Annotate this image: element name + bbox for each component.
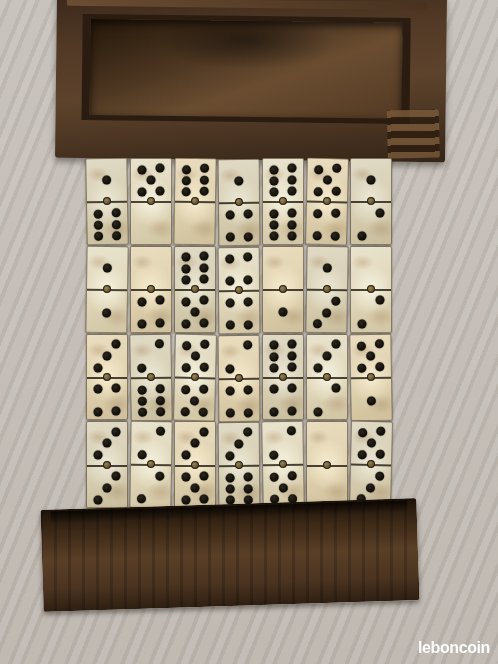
pip	[200, 319, 209, 328]
domino-tile-5-0[interactable]	[130, 158, 172, 245]
box-finger-joints	[387, 109, 440, 158]
pip	[137, 320, 146, 329]
domino-tile-3-3[interactable]	[86, 421, 128, 508]
domino-tile-1-6[interactable]	[85, 158, 129, 245]
domino-tile-2-2[interactable]	[129, 421, 172, 508]
pip	[313, 319, 322, 328]
pip	[279, 483, 288, 492]
pip	[357, 320, 366, 329]
pip	[288, 187, 297, 196]
pip	[225, 485, 234, 494]
bottom-half-4	[219, 204, 259, 247]
pip	[269, 473, 278, 482]
pip	[137, 363, 146, 372]
pip	[244, 472, 253, 481]
bottom-half-5	[175, 291, 215, 333]
pip	[200, 427, 209, 436]
domino-tile-6-4[interactable]	[262, 334, 304, 421]
brass-spinner-pin	[147, 197, 155, 205]
domino-tile-5-5[interactable]	[173, 333, 217, 421]
pip	[103, 439, 112, 448]
pip	[112, 231, 121, 240]
pip	[199, 407, 208, 416]
domino-tile-0-2[interactable]	[350, 246, 392, 333]
pip	[191, 351, 200, 360]
domino-tile-2-6[interactable]	[129, 333, 173, 420]
brass-spinner-pin	[191, 373, 199, 381]
pip	[323, 176, 332, 185]
pip	[357, 363, 366, 372]
pip	[182, 165, 191, 174]
pip	[288, 407, 297, 416]
bottom-half-0	[174, 203, 215, 246]
pip	[138, 396, 147, 405]
pip	[375, 472, 384, 481]
pip	[200, 187, 209, 196]
pip	[156, 296, 165, 305]
pip	[103, 483, 112, 492]
pip	[375, 339, 384, 348]
pip	[243, 428, 252, 437]
pip	[112, 208, 121, 217]
table-background: leboncoin	[0, 0, 498, 664]
pip	[323, 263, 332, 272]
pip	[137, 297, 146, 306]
bottom-half-5	[174, 378, 215, 421]
brass-spinner-pin	[103, 373, 111, 381]
pip	[332, 339, 341, 348]
pip	[156, 406, 165, 415]
pip	[269, 177, 278, 186]
domino-tile-1-3[interactable]	[305, 245, 348, 332]
pip	[200, 362, 209, 371]
pip	[93, 385, 102, 394]
bottom-half-5	[175, 467, 215, 509]
pip	[366, 351, 375, 360]
pip	[312, 232, 321, 241]
pip	[93, 210, 102, 219]
pip	[112, 427, 121, 436]
pip	[200, 274, 209, 283]
bottom-half-0	[131, 203, 171, 245]
domino-tile-2-5[interactable]	[261, 421, 305, 508]
pip	[332, 164, 341, 173]
pip	[181, 264, 190, 273]
box-interior	[81, 14, 410, 124]
brass-spinner-pin	[191, 285, 199, 293]
pip	[137, 495, 146, 504]
pip	[279, 308, 288, 317]
brass-spinner-pin	[367, 197, 375, 205]
pip	[331, 208, 340, 217]
brass-spinner-pin	[367, 373, 375, 381]
pip	[288, 176, 297, 185]
top-half-2	[219, 335, 259, 380]
brass-spinner-pin	[323, 461, 331, 469]
watermark-logo: leboncoin	[418, 639, 490, 657]
pip	[269, 407, 278, 416]
pip	[200, 263, 209, 272]
pip	[181, 275, 190, 284]
pip	[200, 252, 209, 261]
bottom-half-1	[263, 291, 303, 333]
pip	[288, 339, 297, 348]
domino-tile-0-4[interactable]	[130, 246, 172, 333]
pip	[244, 320, 253, 329]
pip	[288, 384, 297, 393]
pip	[313, 209, 322, 218]
pip	[190, 395, 199, 404]
pip	[191, 439, 200, 448]
pip	[288, 231, 297, 240]
pip	[376, 296, 385, 305]
brass-spinner-pin	[367, 285, 375, 293]
bottom-half-4	[87, 379, 127, 421]
pip	[269, 352, 278, 361]
pip	[226, 233, 235, 242]
pip	[366, 483, 375, 492]
pip	[288, 208, 297, 217]
pip	[357, 232, 366, 241]
pip	[155, 472, 164, 481]
pip	[244, 232, 253, 241]
pip	[244, 407, 253, 416]
pip	[226, 321, 235, 330]
pip	[182, 176, 191, 185]
bottom-half-1	[86, 291, 127, 334]
pip	[376, 450, 385, 459]
bottom-half-4	[219, 292, 259, 335]
pip	[200, 296, 209, 305]
pip	[94, 221, 103, 230]
pip	[180, 407, 189, 416]
pip	[287, 427, 296, 436]
pip	[244, 275, 253, 284]
pip	[137, 188, 146, 197]
pip	[288, 164, 297, 173]
domino-tile-5-1[interactable]	[349, 333, 393, 420]
domino-tile-6-0[interactable]	[173, 158, 216, 245]
pip	[181, 451, 190, 460]
pip	[181, 495, 190, 504]
pip	[181, 187, 190, 196]
pip	[182, 340, 191, 349]
bottom-half-4	[263, 379, 303, 421]
pip	[181, 473, 190, 482]
pip	[269, 188, 278, 197]
pip	[103, 263, 112, 272]
pip	[358, 428, 367, 437]
pip	[244, 385, 253, 394]
dominoes-grid	[86, 158, 392, 508]
domino-tile-4-4[interactable]	[218, 247, 261, 334]
pip	[322, 308, 331, 317]
pip	[200, 176, 209, 185]
pip	[112, 384, 121, 393]
brass-spinner-pin	[147, 373, 155, 381]
bottom-half-2	[351, 203, 391, 245]
pip	[93, 363, 102, 372]
bottom-half-3	[306, 291, 347, 334]
pip	[331, 231, 340, 240]
pip	[367, 176, 376, 185]
bottom-half-4	[219, 380, 259, 423]
domino-tile-0-1[interactable]	[262, 246, 304, 333]
pip	[137, 451, 146, 460]
pip	[269, 451, 278, 460]
pip	[156, 164, 165, 173]
brass-spinner-pin	[103, 461, 111, 469]
pip	[181, 320, 190, 329]
pip	[332, 384, 341, 393]
domino-tile-3-4[interactable]	[86, 334, 128, 421]
pip	[93, 451, 102, 460]
pip	[332, 187, 341, 196]
pip	[225, 386, 234, 395]
brass-spinner-pin	[323, 285, 331, 293]
brass-spinner-pin	[191, 197, 199, 205]
domino-tile-2-4[interactable]	[218, 334, 261, 421]
pip	[226, 408, 235, 417]
pip	[244, 484, 253, 493]
pip	[269, 363, 278, 372]
pip	[269, 341, 278, 350]
pip	[313, 363, 322, 372]
pip	[181, 385, 190, 394]
domino-tile-5-3[interactable]	[349, 421, 393, 509]
pip	[93, 495, 102, 504]
brass-spinner-pin	[235, 198, 243, 206]
pip	[112, 471, 121, 480]
pip	[112, 407, 121, 416]
pip	[112, 220, 121, 229]
domino-tile-5-4[interactable]	[305, 158, 349, 246]
pip	[225, 298, 234, 307]
pip	[288, 471, 297, 480]
bottom-half-1	[351, 379, 392, 422]
pip	[357, 450, 366, 459]
box-rim	[67, 0, 427, 10]
pip	[138, 407, 147, 416]
pip	[269, 221, 278, 230]
brass-spinner-pin	[279, 285, 287, 293]
pip	[269, 232, 278, 241]
pip	[357, 341, 366, 350]
pip	[181, 363, 190, 372]
domino-tile-1-1[interactable]	[85, 245, 128, 332]
domino-tile-6-6[interactable]	[262, 158, 304, 245]
pip	[156, 395, 165, 404]
wooden-box	[55, 0, 447, 162]
brass-spinner-pin	[191, 461, 199, 469]
pip	[376, 427, 385, 436]
pip	[191, 483, 200, 492]
pip	[112, 339, 121, 348]
pip	[156, 187, 165, 196]
pip	[234, 177, 243, 186]
pip	[191, 308, 200, 317]
brass-spinner-pin	[103, 285, 111, 293]
domino-tile-1-4[interactable]	[218, 159, 261, 246]
brass-spinner-pin	[235, 286, 243, 294]
bottom-half-2	[130, 466, 171, 509]
domino-tile-1-2[interactable]	[350, 158, 392, 245]
pip	[225, 452, 234, 461]
pip	[94, 232, 103, 241]
pip	[199, 384, 208, 393]
domino-tile-0-0[interactable]	[306, 421, 348, 508]
pip	[313, 187, 322, 196]
domino-tile-3-2[interactable]	[306, 334, 348, 421]
brass-spinner-pin	[279, 197, 287, 205]
lid-plank	[40, 498, 419, 612]
pip	[288, 351, 297, 360]
brass-spinner-pin	[147, 285, 155, 293]
pip	[181, 297, 190, 306]
domino-tile-3-6[interactable]	[218, 422, 261, 509]
pip	[288, 362, 297, 371]
brass-spinner-pin	[279, 373, 287, 381]
pip	[137, 165, 146, 174]
pip	[314, 165, 323, 174]
pip	[225, 211, 234, 220]
pip	[269, 165, 278, 174]
pip	[225, 474, 234, 483]
pip	[244, 297, 253, 306]
pip	[200, 164, 209, 173]
pip	[103, 351, 112, 360]
bottom-half-4	[131, 291, 171, 333]
pip	[181, 253, 190, 262]
pip	[156, 319, 165, 328]
pip	[288, 220, 297, 229]
pip	[155, 339, 164, 348]
pip	[269, 385, 278, 394]
bottom-half-3	[87, 467, 127, 509]
pip	[200, 494, 209, 503]
pip	[367, 439, 376, 448]
brass-spinner-pin	[323, 373, 331, 381]
brass-spinner-pin	[235, 374, 243, 382]
pip	[367, 395, 376, 404]
pip	[243, 252, 252, 261]
pip	[147, 176, 156, 185]
bottom-half-2	[307, 379, 347, 421]
domino-tile-6-5[interactable]	[174, 246, 216, 333]
pip	[243, 340, 252, 349]
pip	[234, 440, 243, 449]
pip	[323, 351, 332, 360]
pip	[156, 383, 165, 392]
pip	[225, 254, 234, 263]
pip	[200, 471, 209, 480]
pip	[225, 276, 234, 285]
pip	[102, 176, 111, 185]
bottom-half-2	[351, 291, 391, 333]
bottom-half-6	[263, 203, 303, 245]
pip	[200, 339, 209, 348]
pip	[269, 209, 278, 218]
pip	[102, 308, 111, 317]
pip	[376, 208, 385, 217]
pip	[137, 385, 146, 394]
pip	[93, 407, 102, 416]
pip	[375, 362, 384, 371]
bottom-half-4	[306, 203, 347, 246]
pip	[156, 427, 165, 436]
domino-tile-3-5[interactable]	[174, 421, 216, 508]
bottom-half-6	[131, 379, 172, 422]
bottom-half-6	[87, 203, 128, 246]
pip	[313, 407, 322, 416]
pip	[244, 209, 253, 218]
pip	[331, 296, 340, 305]
pip	[225, 364, 234, 373]
